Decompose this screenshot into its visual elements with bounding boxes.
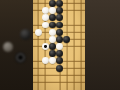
stone-black[interactable]	[49, 0, 56, 7]
background-stone-gray	[3, 42, 13, 52]
stone-white[interactable]	[42, 7, 49, 14]
stone-black[interactable]	[56, 14, 63, 21]
go-board-grid	[35, 0, 85, 90]
stone-white[interactable]	[49, 36, 56, 43]
video-frame	[0, 0, 120, 90]
stone-white[interactable]	[56, 43, 63, 50]
stone-white[interactable]	[49, 29, 56, 36]
go-board[interactable]	[33, 0, 85, 90]
stone-black[interactable]	[56, 0, 63, 7]
stone-white[interactable]	[49, 57, 56, 64]
last-move-marker	[44, 45, 46, 47]
stone-black[interactable]	[56, 57, 63, 64]
stone-white[interactable]	[35, 29, 42, 36]
stone-white-last-move[interactable]	[42, 43, 49, 50]
stone-black[interactable]	[56, 50, 63, 57]
stone-black[interactable]	[63, 36, 70, 43]
stone-black[interactable]	[56, 22, 63, 29]
background-stone-black-ring	[15, 52, 26, 63]
stone-black[interactable]	[49, 14, 56, 21]
stone-white[interactable]	[49, 7, 56, 14]
stone-black[interactable]	[49, 43, 56, 50]
stone-black[interactable]	[49, 22, 56, 29]
stone-white[interactable]	[42, 22, 49, 29]
letterbox-right	[85, 0, 120, 90]
stone-black[interactable]	[49, 50, 56, 57]
stone-black[interactable]	[56, 7, 63, 14]
stone-black[interactable]	[56, 29, 63, 36]
stone-white[interactable]	[42, 57, 49, 64]
stone-white[interactable]	[42, 14, 49, 21]
stone-black[interactable]	[56, 65, 63, 72]
stone-black[interactable]	[56, 36, 63, 43]
background-stone-black	[20, 29, 31, 40]
